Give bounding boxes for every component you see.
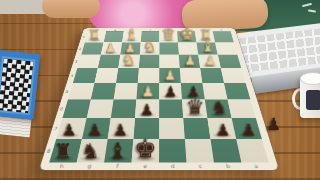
square-c7[interactable]	[183, 118, 210, 139]
piece-white-rook-h1[interactable]: ♜	[88, 28, 100, 42]
square-e6[interactable]: ♟	[135, 99, 159, 118]
square-e8[interactable]: ♚	[132, 139, 160, 163]
square-g4[interactable]	[94, 68, 118, 83]
square-d2[interactable]	[159, 42, 178, 54]
square-f8[interactable]: ♝	[104, 139, 133, 163]
square-c4[interactable]	[180, 68, 203, 83]
piece-black-pawn-f7[interactable]: ♟	[113, 122, 128, 138]
piece-black-pawn-d5[interactable]: ♟	[164, 84, 177, 99]
square-a2[interactable]	[215, 42, 237, 54]
file-labels-bottom: hgfedcba	[47, 163, 271, 170]
square-d6[interactable]	[159, 99, 183, 118]
square-g7[interactable]: ♟	[82, 118, 111, 139]
piece-white-pawn-b3[interactable]: ♟	[204, 54, 216, 67]
square-c3[interactable]: ♟	[179, 55, 200, 68]
square-f5[interactable]	[114, 83, 138, 100]
square-e3[interactable]	[139, 55, 160, 68]
piece-black-rook-h8[interactable]: ♜	[54, 141, 72, 162]
square-c1[interactable]: ♚	[177, 31, 196, 42]
file-label-g: g	[75, 163, 104, 170]
piece-white-queen-d1[interactable]: ♛	[161, 26, 175, 42]
chess-board: hgfedcba 12345678 hgfedcba ♜♝♛♚♜♟♟♞♝♞♟♟♟…	[39, 28, 279, 170]
square-g2[interactable]: ♟	[101, 42, 122, 54]
piece-white-king-c1[interactable]: ♚	[179, 25, 194, 42]
piece-black-king-e8[interactable]: ♚	[134, 136, 157, 161]
piece-black-knight-g8[interactable]: ♞	[81, 141, 99, 162]
square-a3[interactable]	[218, 55, 241, 68]
captured-black-piece[interactable]: ♟	[266, 116, 281, 133]
piece-black-pawn-h7[interactable]: ♟	[62, 122, 77, 138]
file-label-c: c	[186, 163, 215, 170]
file-label-b: b	[214, 163, 243, 170]
piece-black-pawn-b7[interactable]: ♟	[216, 122, 231, 138]
square-f4[interactable]	[116, 68, 139, 83]
square-a4[interactable]	[221, 68, 246, 83]
piece-white-pawn-g2[interactable]: ♟	[105, 42, 116, 55]
piece-white-knight-e2[interactable]: ♞	[143, 40, 156, 55]
square-d7[interactable]	[159, 118, 185, 139]
square-f7[interactable]: ♟	[108, 118, 135, 139]
square-h5[interactable]	[68, 83, 95, 100]
square-e5[interactable]: ♟	[136, 83, 159, 100]
square-c6[interactable]: ♛	[182, 99, 207, 118]
piece-white-pawn-c3[interactable]: ♟	[184, 54, 196, 67]
file-label-f: f	[103, 163, 132, 170]
square-d4[interactable]: ♟	[159, 68, 181, 83]
square-e4[interactable]	[138, 68, 160, 83]
piece-black-pawn-e6[interactable]: ♟	[140, 102, 154, 118]
square-a5[interactable]	[224, 83, 250, 100]
piece-white-pawn-d4[interactable]: ♟	[164, 69, 176, 83]
square-f6[interactable]	[111, 99, 137, 118]
square-g5[interactable]	[91, 83, 116, 100]
file-label-h: h	[47, 163, 77, 170]
square-f3[interactable]: ♞	[118, 55, 140, 68]
piece-black-bishop-f8[interactable]: ♝	[108, 140, 127, 162]
square-b6[interactable]: ♞	[205, 99, 232, 118]
board-grid: ♜♝♛♚♜♟♟♞♝♞♟♟♟♟♟♟♟♛♞♟♟♟♟♟♜♞♝♚	[49, 31, 269, 162]
file-label-e: e	[131, 163, 159, 170]
file-label-a: a	[241, 163, 271, 170]
square-e2[interactable]: ♞	[140, 42, 160, 54]
piece-black-queen-c6[interactable]: ♛	[186, 97, 205, 118]
piece-black-knight-b6[interactable]: ♞	[211, 99, 227, 117]
square-g8[interactable]: ♞	[77, 139, 108, 163]
scene: hgfedcba 12345678 hgfedcba ♜♝♛♚♜♟♟♞♝♞♟♟♟…	[0, 0, 320, 180]
piece-white-knight-f3[interactable]: ♞	[122, 52, 136, 67]
piece-white-bishop-b2[interactable]: ♝	[201, 39, 215, 54]
board-anchor: hgfedcba 12345678 hgfedcba ♜♝♛♚♜♟♟♞♝♞♟♟♟…	[0, 0, 320, 180]
file-label-d: d	[159, 163, 187, 170]
square-c8[interactable]	[185, 139, 214, 163]
square-h8[interactable]: ♜	[49, 139, 82, 163]
square-g6[interactable]	[87, 99, 114, 118]
square-d5[interactable]: ♟	[159, 83, 182, 100]
piece-black-pawn-a7[interactable]: ♟	[241, 122, 256, 138]
square-d8[interactable]	[159, 139, 186, 163]
piece-black-pawn-g7[interactable]: ♟	[88, 122, 103, 138]
piece-white-pawn-e5[interactable]: ♟	[141, 84, 154, 99]
square-g3[interactable]	[98, 55, 121, 68]
square-d1[interactable]: ♛	[159, 31, 178, 42]
square-a1[interactable]	[213, 31, 234, 42]
